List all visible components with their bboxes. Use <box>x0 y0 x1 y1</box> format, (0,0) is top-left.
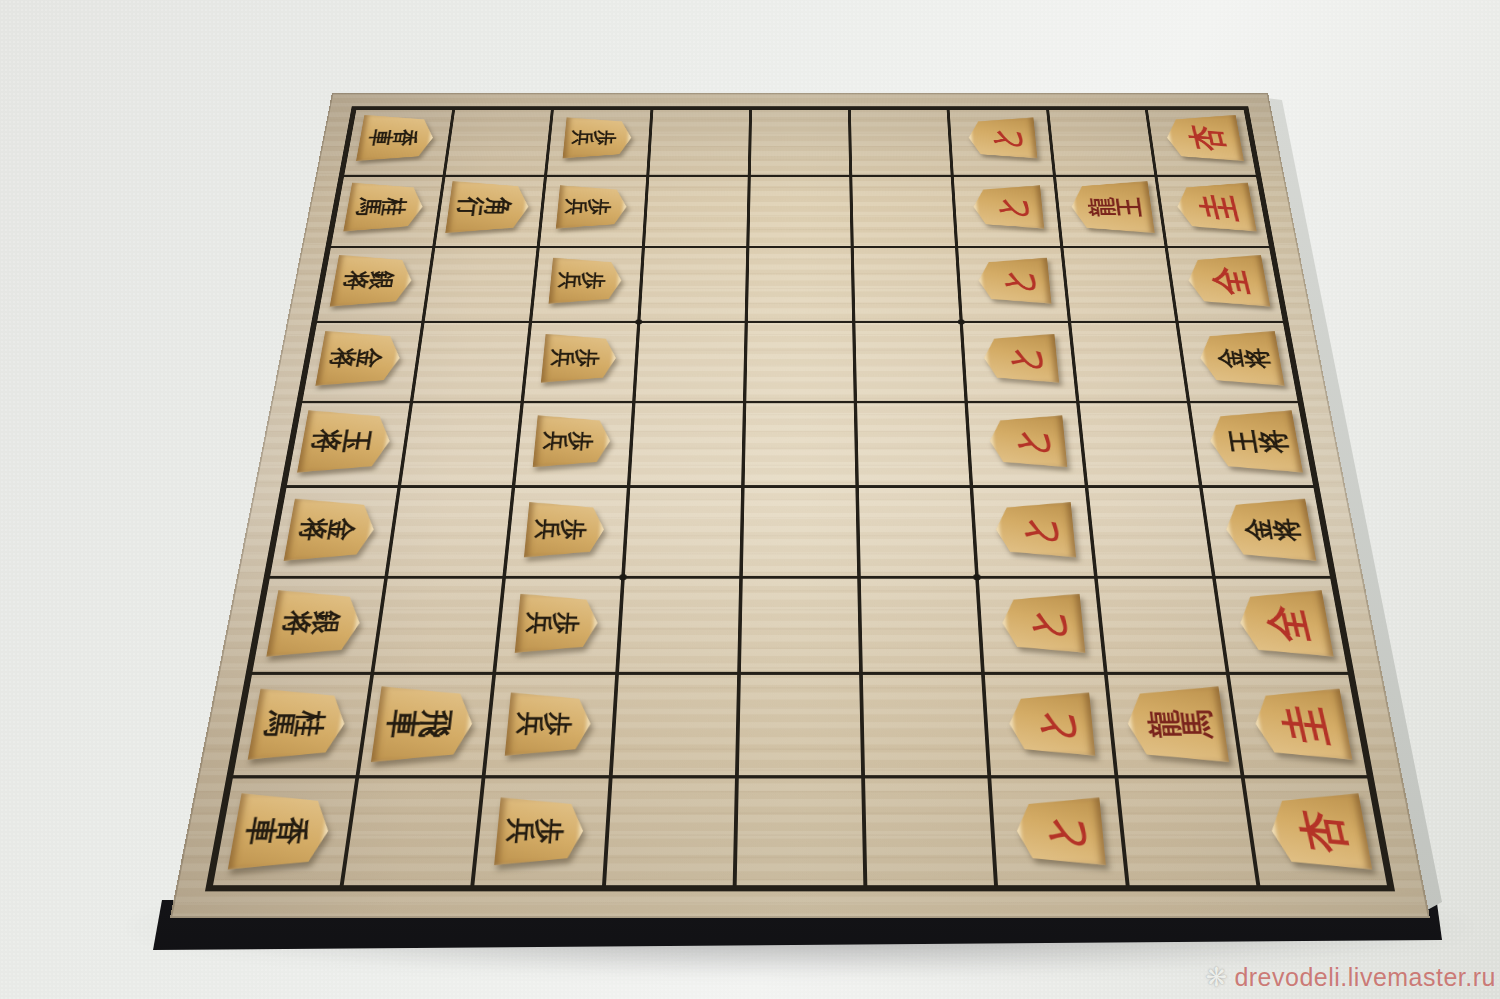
piece-body: と <box>1014 798 1105 866</box>
shogi-piece-king-gyoku[interactable]: 玉将 <box>299 408 392 474</box>
piece-kanji: 桂馬 <box>262 711 336 737</box>
piece-body: と <box>967 117 1037 158</box>
piece-kanji: 歩兵 <box>558 272 615 289</box>
shogi-piece-tokin[interactable]: と <box>985 332 1056 386</box>
shogi-piece-dragon-horse[interactable]: 龍馬 <box>1126 684 1226 765</box>
shogi-piece-dragon-king[interactable]: 龍王 <box>1071 180 1153 235</box>
shogi-piece-tokin[interactable]: と <box>991 413 1064 470</box>
piece-body: 歩兵 <box>524 502 606 557</box>
piece-kanji: 歩兵 <box>516 712 583 736</box>
piece-kanji: 全 <box>1200 265 1254 297</box>
shogi-piece-pawn[interactable]: 歩兵 <box>536 413 609 470</box>
piece-body: 桂馬 <box>343 183 426 232</box>
shogi-piece-silver[interactable]: 銀将 <box>268 588 362 659</box>
shogi-piece-lance[interactable]: 香車 <box>230 791 331 872</box>
piece-body: 金将 <box>1197 331 1285 386</box>
piece-kanji: 金将 <box>296 518 365 541</box>
piece-body: 歩兵 <box>515 594 600 653</box>
pieces-layer: 香車桂馬銀将金将玉将金将銀将桂馬香車角行飛車歩兵歩兵歩兵歩兵歩兵歩兵歩兵歩兵歩兵… <box>170 93 1430 918</box>
piece-kanji: 金将 <box>1208 348 1273 368</box>
shogi-piece-gold[interactable]: 金将 <box>317 329 401 388</box>
piece-kanji: 金将 <box>1234 518 1303 541</box>
piece-body: と <box>982 334 1059 383</box>
piece-body: 飛車 <box>371 686 476 762</box>
piece-body: 龍王 <box>1069 181 1155 233</box>
piece-body: 金将 <box>315 331 403 386</box>
piece-kanji: 銀将 <box>341 271 404 290</box>
piece-body: 桂馬 <box>247 688 349 759</box>
piece-body: と <box>972 185 1044 228</box>
piece-body: 歩兵 <box>505 692 593 755</box>
shogi-piece-promoted-silver[interactable]: 全 <box>1187 253 1268 308</box>
piece-kanji: 歩兵 <box>534 519 596 540</box>
piece-kanji: 桂馬 <box>354 198 415 216</box>
piece-kanji: 圭 <box>1189 192 1241 222</box>
piece-body: 杏 <box>1266 793 1372 869</box>
piece-kanji: 香車 <box>242 817 319 845</box>
piece-body: 香車 <box>227 793 333 869</box>
piece-kanji: と <box>990 266 1038 295</box>
piece-kanji: と <box>985 193 1031 221</box>
piece-kanji: と <box>996 343 1045 374</box>
shogi-piece-lance[interactable]: 香車 <box>358 113 434 162</box>
piece-body: と <box>994 502 1076 557</box>
piece-kanji: 歩兵 <box>506 818 575 843</box>
shogi-piece-promoted-lance[interactable]: 杏 <box>1269 791 1370 872</box>
piece-body: 全 <box>1185 255 1271 307</box>
piece-kanji: 金将 <box>327 348 392 368</box>
piece-body: 歩兵 <box>563 117 633 158</box>
watermark: ❋ drevodeli.livemaster.ru <box>1206 962 1496 993</box>
flower-ornament-icon: ❋ <box>1206 962 1228 993</box>
shogi-piece-king-o[interactable]: 王将 <box>1208 408 1301 474</box>
shogi-piece-tokin[interactable]: と <box>997 499 1072 560</box>
piece-kanji: 圭 <box>1269 702 1333 745</box>
piece-kanji: 角行 <box>456 197 521 217</box>
piece-body: 歩兵 <box>556 185 628 228</box>
piece-body: 香車 <box>356 115 436 161</box>
shogi-piece-rook[interactable]: 飛車 <box>373 684 473 765</box>
piece-kanji: 歩兵 <box>551 349 609 367</box>
shogi-piece-knight[interactable]: 桂馬 <box>250 686 347 762</box>
piece-kanji: 玉将 <box>310 429 382 452</box>
piece-body: 王将 <box>1206 410 1303 472</box>
piece-kanji: と <box>1030 810 1089 853</box>
piece-body: と <box>988 415 1067 467</box>
piece-kanji: 王将 <box>1218 429 1290 452</box>
shogi-piece-promoted-knight[interactable]: 圭 <box>1176 181 1255 233</box>
shogi-piece-promoted-lance[interactable]: 杏 <box>1166 113 1242 162</box>
piece-kanji: 歩兵 <box>565 199 620 215</box>
shogi-piece-knight[interactable]: 桂馬 <box>345 181 424 233</box>
piece-kanji: 杏 <box>1286 808 1353 855</box>
piece-kanji: 飛車 <box>384 709 463 737</box>
shogi-piece-pawn[interactable]: 歩兵 <box>552 255 620 306</box>
piece-body: 杏 <box>1164 115 1244 161</box>
piece-body: 歩兵 <box>494 798 585 866</box>
piece-kanji: 歩兵 <box>571 130 624 145</box>
piece-body: と <box>1000 594 1085 653</box>
shogi-piece-tokin[interactable]: と <box>1004 591 1082 656</box>
piece-kanji: と <box>979 125 1024 151</box>
shogi-piece-pawn[interactable]: 歩兵 <box>498 794 582 869</box>
photo-scene: 香車桂馬銀将金将玉将金将銀将桂馬香車角行飛車歩兵歩兵歩兵歩兵歩兵歩兵歩兵歩兵歩兵… <box>0 0 1500 999</box>
shogi-piece-promoted-knight[interactable]: 圭 <box>1253 686 1350 762</box>
shogi-piece-bishop[interactable]: 角行 <box>447 180 529 235</box>
piece-kanji: と <box>1008 512 1061 547</box>
piece-body: 歩兵 <box>533 415 612 467</box>
piece-kanji: 龍王 <box>1079 197 1144 217</box>
shogi-piece-pawn[interactable]: 歩兵 <box>509 689 590 759</box>
piece-body: と <box>1007 692 1095 755</box>
shogi-piece-silver[interactable]: 銀将 <box>332 253 413 308</box>
shogi-piece-pawn[interactable]: 歩兵 <box>566 115 630 160</box>
shogi-piece-tokin[interactable]: と <box>980 255 1048 306</box>
piece-body: 歩兵 <box>549 258 623 304</box>
piece-kanji: と <box>1022 703 1079 743</box>
piece-kanji: 香車 <box>367 129 426 146</box>
piece-body: 圭 <box>1174 183 1257 232</box>
shogi-piece-tokin[interactable]: と <box>1010 689 1091 759</box>
shogi-piece-pawn[interactable]: 歩兵 <box>544 332 615 386</box>
shogi-piece-gold[interactable]: 金将 <box>1199 329 1283 388</box>
shogi-board: 香車桂馬銀将金将玉将金将銀将桂馬香車角行飛車歩兵歩兵歩兵歩兵歩兵歩兵歩兵歩兵歩兵… <box>170 93 1430 918</box>
piece-kanji: 銀将 <box>280 611 352 635</box>
shogi-piece-pawn[interactable]: 歩兵 <box>559 183 625 231</box>
watermark-text: drevodeli.livemaster.ru <box>1234 963 1496 992</box>
piece-body: 歩兵 <box>541 334 618 383</box>
shogi-piece-tokin[interactable]: と <box>970 115 1034 160</box>
shogi-piece-gold[interactable]: 金将 <box>286 496 376 562</box>
piece-body: 玉将 <box>297 410 394 472</box>
piece-kanji: と <box>1015 604 1070 642</box>
piece-body: 角行 <box>445 181 531 233</box>
piece-body: 龍馬 <box>1124 686 1229 762</box>
piece-body: と <box>977 258 1051 304</box>
piece-kanji: 杏 <box>1178 124 1229 152</box>
shogi-piece-pawn[interactable]: 歩兵 <box>528 499 603 560</box>
piece-kanji: 全 <box>1253 603 1315 644</box>
piece-kanji: と <box>1002 425 1053 458</box>
piece-body: 金将 <box>283 498 378 560</box>
piece-body: 銀将 <box>329 255 415 307</box>
shogi-piece-promoted-silver[interactable]: 全 <box>1238 588 1332 659</box>
shogi-piece-gold[interactable]: 金将 <box>1224 496 1314 562</box>
shogi-piece-pawn[interactable]: 歩兵 <box>518 591 596 656</box>
piece-kanji: 歩兵 <box>526 612 590 634</box>
piece-body: 圭 <box>1251 688 1353 759</box>
shogi-piece-tokin[interactable]: と <box>1018 794 1102 869</box>
piece-body: 銀将 <box>266 590 364 656</box>
piece-kanji: 歩兵 <box>543 431 603 450</box>
piece-body: 全 <box>1236 590 1334 656</box>
shogi-piece-tokin[interactable]: と <box>975 183 1041 231</box>
piece-kanji: 龍馬 <box>1136 709 1215 737</box>
piece-body: 金将 <box>1222 498 1317 560</box>
